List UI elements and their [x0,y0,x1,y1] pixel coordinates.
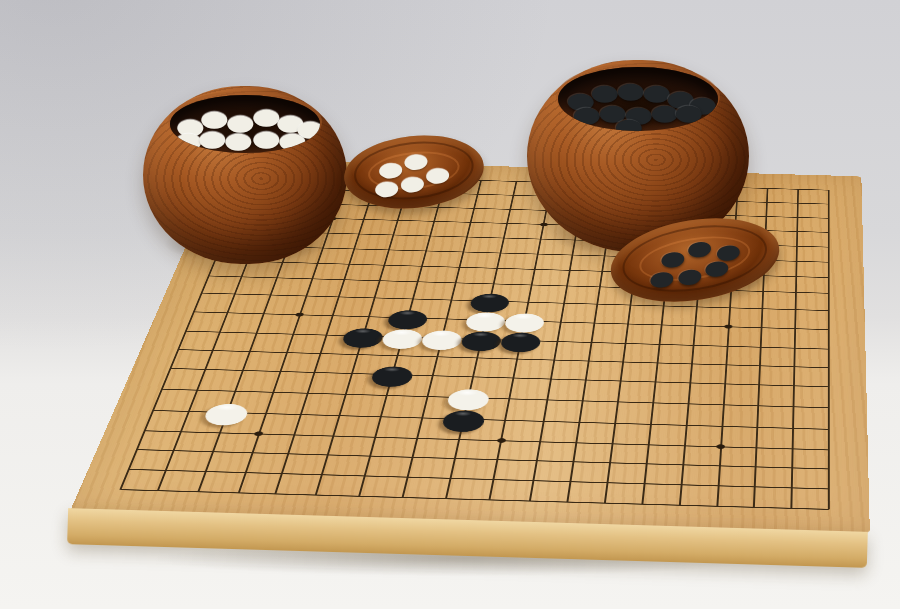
board-intersection [778,319,812,339]
board-intersection [389,447,436,468]
board-intersection [293,271,331,288]
board-intersection [298,464,347,485]
white-stone: ● [398,172,426,194]
board-intersection [590,453,629,474]
board-intersection [632,413,670,436]
board-intersection [511,277,552,294]
board-intersection [180,461,230,482]
board-intersection [357,405,404,428]
board-intersection [550,278,585,295]
star-point [497,438,506,443]
board-intersection [751,195,782,210]
board-intersection [675,335,711,356]
board-intersection [781,239,813,255]
board-intersection [301,344,341,362]
white-stone: ● [373,177,401,199]
board-intersection [521,432,560,452]
board-intersection [773,498,811,520]
board-intersection [708,356,743,374]
board-intersection [322,383,369,405]
board-intersection [813,239,845,255]
board-intersection [700,456,738,477]
board-intersection [546,293,582,313]
board-intersection [735,497,773,519]
board-intersection [510,490,551,512]
board-intersection [777,358,812,376]
board-intersection [711,317,746,337]
board-intersection [379,487,427,509]
board-intersection [573,332,610,353]
board-intersection [811,418,847,441]
board-intersection [743,357,778,375]
board-intersection [422,488,470,510]
board-intersection [482,409,528,432]
board-intersection [373,227,414,243]
board-intersection [532,368,570,390]
board-intersection [629,435,667,455]
board-intersection [634,392,671,414]
board-intersection [470,469,517,490]
board-intersection [752,181,783,196]
black-stone[interactable]: ● [370,364,416,386]
board-intersection [341,466,389,487]
board-intersection [709,336,744,357]
board-intersection [567,369,605,391]
board-intersection [627,454,666,475]
board-intersection [813,197,844,212]
board-intersection [576,313,612,333]
board-intersection [707,373,743,395]
board-intersection [739,416,776,439]
board-intersection [401,258,443,274]
board-intersection [304,445,352,466]
board-intersection [439,259,480,275]
board-intersection [528,389,567,411]
white-stone-bowl: ●●●●●●●●●●● [143,86,347,264]
board-intersection [782,196,813,211]
board-intersection [811,397,846,419]
board-intersection [812,339,846,360]
board-intersection [579,294,615,314]
board-intersection [557,433,596,453]
board-intersection [564,390,602,412]
board-intersection [414,214,454,229]
board-intersection [677,316,712,336]
board-intersection [812,319,846,339]
star-point [716,444,725,449]
board-intersection [662,474,701,495]
board-intersection [593,434,632,454]
board-intersection [660,495,699,517]
black-stone: ● [647,267,676,291]
board-intersection [515,261,556,277]
board-intersection [664,455,702,476]
board-intersection [517,451,557,472]
star-point [295,313,304,317]
board-intersection [811,376,846,398]
board-intersection [744,337,779,358]
board-intersection [554,452,593,473]
board-intersection [524,410,563,433]
board-intersection [746,299,780,319]
board-intersection [550,471,590,492]
board-intersection [335,486,384,508]
board-intersection [813,211,844,226]
black-stone[interactable]: ● [441,408,487,431]
board-intersection [310,426,358,446]
board-intersection [699,475,737,496]
board-intersection [813,269,846,285]
black-stone: ● [675,264,704,288]
board-intersection [487,388,532,410]
board-intersection [782,210,813,225]
board-intersection: ● [499,330,542,351]
board-intersection [588,472,628,493]
board-intersection [560,411,599,434]
star-point [254,431,264,436]
board-intersection [536,351,573,369]
white-stone[interactable]: ● [202,401,251,424]
board-intersection [443,244,484,260]
board-intersection [705,394,742,416]
board-intersection [781,224,813,239]
board-intersection [599,391,637,413]
board-intersection [779,300,812,320]
board-intersection [491,367,535,389]
board-intersection [188,442,238,463]
board-intersection [622,493,662,515]
board-intersection [552,262,587,278]
white-stone: ● [423,163,451,185]
board-intersection [480,245,521,261]
board-intersection [812,301,845,321]
black-stone: ● [614,115,644,131]
board-intersection [751,209,783,224]
board-intersection [255,269,299,286]
board-intersection [346,212,382,227]
board-intersection [811,440,847,460]
board-intersection [703,415,740,438]
board-intersection [697,496,736,518]
white-stone: ● [224,129,254,151]
board-intersection [406,243,447,259]
board-intersection [774,458,811,479]
board-intersection [776,396,812,418]
board-intersection: ● [441,408,487,431]
board-intersection [783,182,814,197]
board-intersection [736,476,774,497]
board-intersection [641,334,677,355]
board-intersection [776,375,811,397]
board-intersection [811,459,848,480]
board-intersection [745,318,779,338]
board-intersection [466,489,513,511]
board-intersection [781,253,813,269]
board-intersection [773,477,810,498]
board-intersection [394,428,441,448]
board-intersection [585,492,625,514]
board-intersection [812,285,845,302]
board-intersection [670,393,707,415]
board-intersection [605,353,642,371]
black-stone: ● [702,256,731,280]
board-intersection [427,468,474,489]
board-intersection [447,229,487,245]
board-intersection [644,315,680,335]
board-intersection [432,448,479,469]
board-intersection [384,467,432,488]
board-intersection [352,427,399,447]
board-intersection [674,355,710,373]
board-intersection [397,273,439,290]
go-set-photo: ●●●●●●●●●●●●● ●●●●●●●●●●● ●●●●●●●●●●●● ●… [0,0,900,609]
board-intersection [607,333,643,354]
board-intersection [596,412,634,435]
board-intersection [810,479,847,500]
board-intersection [226,342,272,360]
board-intersection [738,438,775,458]
board-intersection [368,242,410,258]
star-point [724,325,732,329]
board-intersection [491,202,530,217]
board-intersection [775,417,811,440]
board-intersection [377,213,418,228]
board-intersection [610,314,646,334]
board-intersection [737,457,774,478]
board-intersection [702,437,739,457]
board-intersection [172,481,223,503]
board-intersection [742,374,778,396]
board-intersection [740,395,776,417]
board-intersection [668,414,705,437]
board-intersection [637,371,674,393]
board-intersection [291,484,341,506]
board-intersection [639,354,675,372]
board-intersection [451,215,491,230]
board-intersection [477,260,518,276]
board-intersection [813,183,844,198]
board-intersection [778,338,812,359]
board-intersection [346,446,394,467]
board-intersection [812,358,846,376]
board-intersection [410,228,451,244]
board-intersection [672,372,708,394]
board-intersection [363,257,405,273]
board-intersection: ● [202,401,251,424]
board-intersection [267,444,310,465]
black-bowl-opening: ●●●●●●●●●●●● [558,67,718,131]
board-intersection [274,425,316,445]
board-intersection [513,470,553,491]
board-intersection [813,225,845,240]
board-intersection: ● [370,364,416,386]
board-intersection [474,450,520,471]
board-intersection [326,271,364,288]
white-bowl-opening: ●●●●●●●●●●● [170,95,321,153]
board-intersection [570,352,607,370]
board-intersection [359,272,402,289]
board-intersection [602,370,639,392]
board-intersection [547,491,587,513]
black-stone[interactable]: ● [499,330,542,351]
board-intersection [625,473,664,494]
board-intersection [810,499,848,521]
board-intersection [774,439,810,459]
board-intersection [316,404,364,427]
board-intersection [813,254,845,270]
board-intersection [478,430,524,450]
board-intersection [666,436,704,456]
